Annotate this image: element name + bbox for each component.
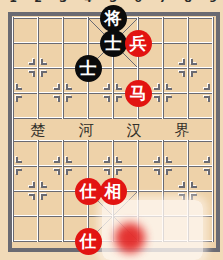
grid-line [37,140,39,242]
grid-line [62,140,64,242]
piece-red-soldier[interactable]: 兵 [125,30,152,57]
river-text: 河 [76,121,96,140]
point-marker [29,182,35,188]
river-text: 汉 [124,121,144,140]
point-marker [104,84,110,90]
point-marker [116,96,122,102]
point-marker [154,96,160,102]
point-marker [191,59,197,65]
piece-black-advisor[interactable]: 士 [75,55,102,82]
point-marker [104,169,110,175]
grid-line [12,17,14,242]
grid-line [187,17,189,119]
point-marker [204,96,210,102]
grid-line [212,17,214,242]
point-marker [41,182,47,188]
point-marker [54,96,60,102]
point-marker [204,157,210,163]
piece-red-horse[interactable]: 马 [125,80,152,107]
point-marker [54,157,60,163]
point-marker [204,169,210,175]
point-marker [29,71,35,77]
point-marker [191,182,197,188]
point-marker [16,84,22,90]
point-marker [66,157,72,163]
river-text: 楚 [28,121,48,140]
point-marker [116,157,122,163]
grid-line [37,17,39,119]
point-marker [166,169,172,175]
point-marker [154,84,160,90]
point-marker [29,194,35,200]
piece-black-advisor[interactable]: 士 [100,30,127,57]
point-marker [116,169,122,175]
grid-line [62,17,64,119]
point-marker [54,84,60,90]
point-marker [41,59,47,65]
point-marker [16,157,22,163]
point-marker [179,59,185,65]
piece-red-elephant[interactable]: 相 [100,178,127,205]
point-marker [16,169,22,175]
point-marker [154,157,160,163]
piece-red-advisor[interactable]: 仕 [75,228,102,255]
point-marker [179,71,185,77]
point-marker [104,157,110,163]
blurred-red-piece [115,223,145,253]
point-marker [66,96,72,102]
point-marker [66,169,72,175]
point-marker [41,194,47,200]
point-marker [29,59,35,65]
point-marker [154,169,160,175]
point-marker [54,169,60,175]
point-marker [166,96,172,102]
point-marker [116,84,122,90]
point-marker [166,157,172,163]
point-marker [204,84,210,90]
point-marker [66,84,72,90]
xiangqi-board: 123456789 楚河汉界将士兵士马仕相仕 [0,0,223,260]
point-marker [16,96,22,102]
point-marker [179,182,185,188]
grid-line [162,17,164,119]
piece-red-advisor[interactable]: 仕 [75,178,102,205]
river-text: 界 [172,121,192,140]
point-marker [191,71,197,77]
point-marker [166,84,172,90]
point-marker [104,96,110,102]
piece-black-general[interactable]: 将 [100,5,127,32]
point-marker [41,71,47,77]
